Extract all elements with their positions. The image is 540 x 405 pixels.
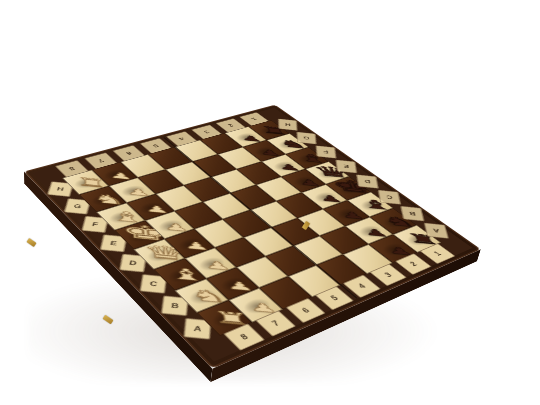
piece-light-bishop-c8: ♝ — [167, 265, 207, 284]
label-text: 2 — [395, 253, 432, 275]
piece-light-pawn-f7: ♟ — [144, 203, 170, 214]
square-b6 — [236, 256, 288, 288]
chess-board: 87654321H♜♟♟♜HG♞♟♟♞GF♝♟♟♝FE♚♟♟♛ED♛♟♟♚DC♝… — [24, 105, 481, 369]
piece-light-pawn-a7: ♟ — [248, 301, 279, 315]
letters-edge-label-G: G — [59, 195, 96, 219]
piece-shadow — [185, 286, 221, 307]
board-frame-corner — [441, 236, 472, 254]
square-b5 — [265, 246, 316, 276]
label-text: F — [82, 216, 109, 233]
square-d6 — [194, 219, 243, 247]
piece-shadow — [216, 274, 251, 294]
square-a3 — [343, 244, 393, 274]
board-grid: 87654321H♜♟♟♜HG♞♟♟♞GF♝♟♟♝FE♚♟♟♛ED♛♟♟♚DC♝… — [32, 108, 472, 361]
label-text: 3 — [369, 264, 407, 287]
piece-shadow — [207, 308, 244, 330]
square-e6 — [175, 202, 223, 229]
piece-light-knight-g8: ♞ — [92, 192, 126, 207]
square-e8: ♚ — [114, 220, 164, 249]
square-b8: ♞ — [175, 279, 229, 313]
label-text: B — [161, 296, 189, 316]
photo-stage: 87654321H♜♟♟♜HG♞♟♟♞GF♝♟♟♝FE♚♟♟♛ED♛♟♟♚DC♝… — [0, 0, 540, 405]
label-text: 4 — [343, 275, 381, 298]
piece-light-knight-b8: ♞ — [189, 287, 229, 305]
piece-light-pawn-b7: ♟ — [225, 279, 254, 292]
label-text: A — [184, 318, 212, 340]
piece-shadow — [163, 265, 198, 285]
piece-shadow — [239, 295, 275, 316]
piece-shadow — [378, 241, 410, 259]
piece-light-rook-h8: ♜ — [76, 176, 109, 190]
piece-shadow — [143, 246, 178, 265]
square-b3 — [320, 226, 369, 254]
square-b7: ♟ — [206, 267, 259, 300]
piece-light-pawn-d7: ♟ — [183, 240, 211, 252]
piece-light-rook-a8: ♜ — [211, 309, 252, 328]
square-a5 — [288, 265, 340, 297]
square-c8: ♝ — [154, 258, 207, 290]
square-d8: ♛ — [134, 239, 185, 270]
piece-dark-pawn-b2: ♟ — [362, 227, 390, 238]
piece-light-king-e8: ♚ — [120, 221, 171, 244]
square-c6 — [215, 237, 266, 267]
label-text: 6 — [286, 298, 326, 323]
scene: 87654321H♜♟♟♜HG♞♟♟♞GF♝♟♟♝FE♚♟♟♛ED♛♟♟♚DC♝… — [0, 0, 540, 405]
square-a7: ♟ — [229, 288, 283, 323]
piece-light-pawn-e7: ♟ — [163, 221, 190, 233]
label-text: C — [140, 274, 167, 293]
piece-light-pawn-g7: ♟ — [126, 187, 151, 198]
square-a8: ♜ — [197, 300, 252, 336]
piece-shadow — [124, 227, 158, 245]
piece-shadow — [194, 254, 228, 273]
board-frame-corner — [198, 336, 235, 361]
square-f8: ♝ — [96, 203, 145, 231]
square-e7: ♟ — [145, 211, 194, 239]
piece-shadow — [174, 235, 208, 253]
square-d7: ♟ — [165, 229, 215, 258]
piece-light-pawn-c7: ♟ — [204, 259, 232, 272]
piece-light-queen-d8: ♛ — [142, 242, 190, 264]
square-d5 — [223, 210, 271, 237]
label-text: E — [100, 234, 127, 252]
piece-dark-pawn-a2: ♟ — [386, 245, 415, 257]
square-c5 — [243, 228, 293, 257]
label-text: D — [119, 254, 146, 273]
square-a6 — [259, 276, 312, 309]
label-text: 1 — [420, 243, 456, 264]
square-c7: ♟ — [185, 248, 237, 279]
label-text: G — [64, 198, 91, 214]
